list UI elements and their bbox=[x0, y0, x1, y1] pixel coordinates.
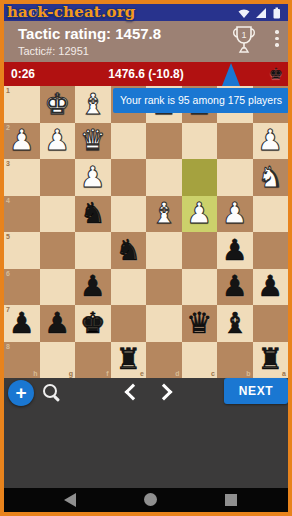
rank-label-6: 6 bbox=[6, 270, 10, 277]
square-b5[interactable]: ♟ bbox=[217, 232, 253, 269]
white-pawn[interactable]: ♟ bbox=[75, 159, 111, 196]
square-d4[interactable]: ♝ bbox=[146, 196, 182, 233]
kebab-menu-icon[interactable] bbox=[275, 30, 279, 47]
black-knight[interactable]: ♞ bbox=[111, 232, 147, 269]
black-bishop[interactable]: ♝ bbox=[217, 305, 253, 342]
chess-board[interactable]: 1♚♝♜♜2♟♟♛♟3♟♞4♞♝♟♟5♞♟6♟♟♟7♟♟♚♛♝8hgfe♜dcb… bbox=[4, 86, 288, 378]
rank-label-7: 7 bbox=[6, 306, 10, 313]
square-e6[interactable] bbox=[111, 269, 147, 306]
square-a5[interactable] bbox=[253, 232, 289, 269]
square-c6[interactable] bbox=[182, 269, 218, 306]
square-b3[interactable] bbox=[217, 159, 253, 196]
rank-label-4: 4 bbox=[6, 197, 10, 204]
square-c4[interactable]: ♟ bbox=[182, 196, 218, 233]
square-h8[interactable]: 8h bbox=[4, 342, 40, 379]
square-b7[interactable]: ♝ bbox=[217, 305, 253, 342]
square-e2[interactable] bbox=[111, 123, 147, 160]
square-a2[interactable]: ♟ bbox=[253, 123, 289, 160]
square-d2[interactable] bbox=[146, 123, 182, 160]
black-pawn[interactable]: ♟ bbox=[217, 232, 253, 269]
file-label-a: a bbox=[282, 370, 286, 377]
square-b8[interactable]: b bbox=[217, 342, 253, 379]
square-g5[interactable] bbox=[40, 232, 76, 269]
square-f3[interactable]: ♟ bbox=[75, 159, 111, 196]
black-king[interactable]: ♚ bbox=[75, 305, 111, 342]
tactic-number: Tactic#: 12951 bbox=[18, 45, 89, 57]
file-label-b: b bbox=[246, 370, 250, 377]
square-g8[interactable]: g bbox=[40, 342, 76, 379]
square-d6[interactable] bbox=[146, 269, 182, 306]
square-a7[interactable] bbox=[253, 305, 289, 342]
square-g1[interactable]: ♚ bbox=[40, 86, 76, 123]
white-bishop[interactable]: ♝ bbox=[75, 86, 111, 123]
square-g2[interactable]: ♟ bbox=[40, 123, 76, 160]
square-e4[interactable] bbox=[111, 196, 147, 233]
square-b6[interactable]: ♟ bbox=[217, 269, 253, 306]
white-queen[interactable]: ♛ bbox=[75, 123, 111, 160]
square-a4[interactable] bbox=[253, 196, 289, 233]
white-pawn[interactable]: ♟ bbox=[40, 123, 76, 160]
square-c2[interactable] bbox=[182, 123, 218, 160]
square-b4[interactable]: ♟ bbox=[217, 196, 253, 233]
black-pawn[interactable]: ♟ bbox=[40, 305, 76, 342]
rank-label-1: 1 bbox=[6, 87, 10, 94]
square-c5[interactable] bbox=[182, 232, 218, 269]
rank-label-2: 2 bbox=[6, 124, 10, 131]
square-g6[interactable] bbox=[40, 269, 76, 306]
square-f5[interactable] bbox=[75, 232, 111, 269]
black-pawn[interactable]: ♟ bbox=[75, 269, 111, 306]
add-button[interactable]: + bbox=[8, 380, 34, 406]
chevron-right-icon[interactable] bbox=[156, 384, 173, 401]
square-e7[interactable] bbox=[111, 305, 147, 342]
trophy-icon[interactable]: 1 bbox=[231, 24, 257, 58]
square-h6[interactable]: 6 bbox=[4, 269, 40, 306]
signal-icon bbox=[256, 8, 266, 18]
square-f2[interactable]: ♛ bbox=[75, 123, 111, 160]
square-f7[interactable]: ♚ bbox=[75, 305, 111, 342]
rank-label-5: 5 bbox=[6, 233, 10, 240]
battery-icon bbox=[274, 8, 281, 19]
square-f6[interactable]: ♟ bbox=[75, 269, 111, 306]
status-icons-svg bbox=[238, 7, 284, 19]
search-icon[interactable] bbox=[42, 383, 62, 403]
square-d8[interactable]: d bbox=[146, 342, 182, 379]
file-label-g: g bbox=[69, 370, 73, 377]
rank-tooltip: Your rank is 95 among 175 players bbox=[113, 88, 289, 113]
file-label-e: e bbox=[140, 370, 144, 377]
white-pawn[interactable]: ♟ bbox=[217, 196, 253, 233]
square-h1[interactable]: 1 bbox=[4, 86, 40, 123]
square-d7[interactable] bbox=[146, 305, 182, 342]
trophy-rank-number: 1 bbox=[241, 30, 246, 40]
square-e5[interactable]: ♞ bbox=[111, 232, 147, 269]
square-b2[interactable] bbox=[217, 123, 253, 160]
square-h3[interactable]: 3 bbox=[4, 159, 40, 196]
square-a6[interactable]: ♟ bbox=[253, 269, 289, 306]
recents-icon[interactable] bbox=[225, 494, 237, 506]
square-a3[interactable]: ♞ bbox=[253, 159, 289, 196]
black-pawn[interactable]: ♟ bbox=[217, 269, 253, 306]
rank-label-3: 3 bbox=[6, 160, 10, 167]
white-king[interactable]: ♚ bbox=[40, 86, 76, 123]
rating-change: 1476.6 (-10.8) bbox=[4, 62, 288, 86]
square-e3[interactable] bbox=[111, 159, 147, 196]
square-f1[interactable]: ♝ bbox=[75, 86, 111, 123]
square-a8[interactable]: a♜ bbox=[253, 342, 289, 379]
file-label-d: d bbox=[175, 370, 179, 377]
status-icons bbox=[238, 7, 284, 19]
white-bishop[interactable]: ♝ bbox=[146, 196, 182, 233]
square-g4[interactable] bbox=[40, 196, 76, 233]
square-h4[interactable]: 4 bbox=[4, 196, 40, 233]
black-knight[interactable]: ♞ bbox=[75, 196, 111, 233]
wifi-icon bbox=[239, 9, 250, 18]
square-h5[interactable]: 5 bbox=[4, 232, 40, 269]
android-nav-bar bbox=[4, 488, 288, 512]
file-label-f: f bbox=[106, 370, 108, 377]
square-c3[interactable] bbox=[182, 159, 218, 196]
square-g3[interactable] bbox=[40, 159, 76, 196]
square-h7[interactable]: 7♟ bbox=[4, 305, 40, 342]
square-e8[interactable]: e♜ bbox=[111, 342, 147, 379]
black-queen[interactable]: ♛ bbox=[182, 305, 218, 342]
square-f4[interactable]: ♞ bbox=[75, 196, 111, 233]
square-c7[interactable]: ♛ bbox=[182, 305, 218, 342]
white-pawn[interactable]: ♟ bbox=[182, 196, 218, 233]
black-pawn[interactable]: ♟ bbox=[253, 269, 289, 306]
square-c8[interactable]: c bbox=[182, 342, 218, 379]
white-pawn[interactable]: ♟ bbox=[253, 123, 289, 160]
tactic-rating-title: Tactic rating: 1457.8 bbox=[18, 25, 161, 42]
home-icon[interactable] bbox=[144, 493, 157, 506]
score-bar: 0:26 1476.6 (-10.8) ♚ bbox=[4, 62, 288, 86]
file-label-c: c bbox=[211, 370, 215, 377]
square-h2[interactable]: 2♟ bbox=[4, 123, 40, 160]
black-king-icon: ♚ bbox=[269, 63, 283, 85]
white-knight[interactable]: ♞ bbox=[253, 159, 289, 196]
next-button[interactable]: NEXT bbox=[224, 378, 288, 404]
bottom-toolbar: + NEXT bbox=[4, 378, 288, 488]
square-g7[interactable]: ♟ bbox=[40, 305, 76, 342]
app-header: Tactic rating: 1457.8 Tactic#: 12951 1 bbox=[4, 21, 288, 62]
square-d3[interactable] bbox=[146, 159, 182, 196]
watermark: hack-cheat.org bbox=[7, 3, 135, 21]
square-f8[interactable]: f bbox=[75, 342, 111, 379]
rank-label-8: 8 bbox=[6, 343, 10, 350]
chevron-left-icon[interactable] bbox=[125, 384, 142, 401]
search-handle bbox=[53, 395, 60, 402]
tooltip-arrow bbox=[222, 63, 240, 86]
file-label-h: h bbox=[33, 370, 37, 377]
square-d5[interactable] bbox=[146, 232, 182, 269]
back-icon[interactable] bbox=[64, 493, 76, 507]
